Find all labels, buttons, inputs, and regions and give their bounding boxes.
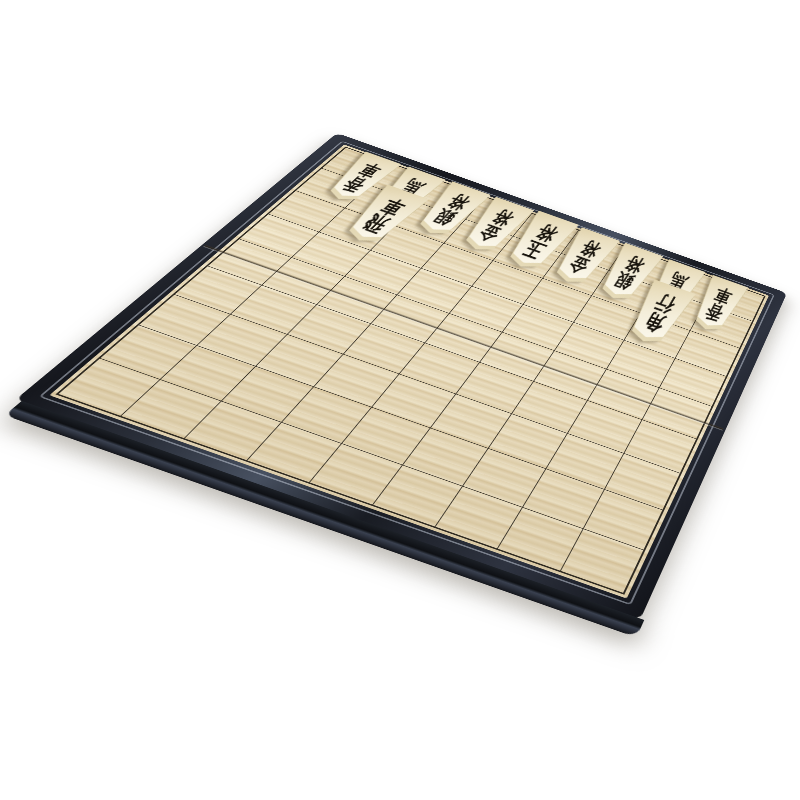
piece-kanji: 将 — [622, 253, 648, 275]
piece-kanji: 車 — [377, 196, 410, 218]
piece-kanji: 車 — [711, 284, 734, 305]
product-photo-scene: 香車桂馬銀将金将玉将金将銀将桂馬香車飛車角行 — [0, 0, 800, 800]
piece-kanji: 車 — [356, 160, 386, 179]
shogi-board: 香車桂馬銀将金将玉将金将銀将桂馬香車飛車角行 — [15, 133, 787, 620]
piece-kanji: 行 — [651, 291, 678, 315]
piece-kanji: 将 — [444, 191, 474, 212]
piece-kanji: 将 — [578, 237, 605, 259]
piece-kanji: 将 — [489, 206, 518, 227]
piece-kanji: 将 — [533, 221, 562, 243]
